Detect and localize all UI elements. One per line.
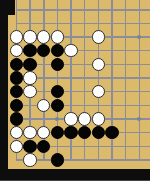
white-stone[interactable] — [23, 126, 36, 139]
white-stone[interactable] — [64, 112, 77, 125]
grid-line-horizontal — [16, 23, 150, 25]
black-stone[interactable] — [64, 126, 77, 139]
black-stone[interactable] — [10, 99, 23, 112]
star-point — [137, 117, 141, 121]
white-stone[interactable] — [92, 112, 105, 125]
white-stone[interactable] — [92, 58, 105, 71]
black-stone[interactable] — [37, 140, 50, 153]
white-stone[interactable] — [92, 85, 105, 98]
white-stone[interactable] — [37, 99, 50, 112]
white-stone[interactable] — [10, 30, 23, 43]
white-stone[interactable] — [92, 30, 105, 43]
black-stone[interactable] — [23, 44, 36, 57]
black-stone[interactable] — [10, 112, 23, 125]
white-stone[interactable] — [37, 30, 50, 43]
white-stone[interactable] — [23, 153, 36, 166]
white-stone[interactable] — [23, 85, 36, 98]
black-stone[interactable] — [78, 126, 91, 139]
black-stone[interactable] — [10, 85, 23, 98]
black-stone[interactable] — [10, 71, 23, 84]
white-stone[interactable] — [10, 44, 23, 57]
black-stone[interactable] — [51, 99, 64, 112]
white-stone[interactable] — [10, 126, 23, 139]
black-stone[interactable] — [51, 44, 64, 57]
go-app-screen — [0, 0, 150, 180]
black-stone[interactable] — [92, 126, 105, 139]
board-outside-bottom — [0, 169, 150, 181]
star-point — [55, 117, 59, 121]
black-stone[interactable] — [105, 126, 118, 139]
black-stone[interactable] — [51, 126, 64, 139]
black-stone[interactable] — [23, 58, 36, 71]
grid-line-horizontal — [16, 105, 150, 107]
white-stone[interactable] — [37, 126, 50, 139]
white-stone[interactable] — [64, 44, 77, 57]
white-stone[interactable] — [23, 71, 36, 84]
star-point — [137, 35, 141, 39]
board-outside-left — [0, 0, 8, 180]
white-stone[interactable] — [51, 30, 64, 43]
go-board[interactable] — [0, 0, 150, 180]
black-stone[interactable] — [51, 58, 64, 71]
black-stone[interactable] — [23, 140, 36, 153]
white-stone[interactable] — [10, 140, 23, 153]
black-stone[interactable] — [10, 58, 23, 71]
black-stone[interactable] — [51, 85, 64, 98]
grid-line-horizontal — [16, 9, 150, 11]
black-stone[interactable] — [51, 153, 64, 166]
white-stone[interactable] — [23, 30, 36, 43]
corner-overlay-square — [0, 0, 15, 15]
white-stone[interactable] — [78, 112, 91, 125]
black-stone[interactable] — [37, 44, 50, 57]
